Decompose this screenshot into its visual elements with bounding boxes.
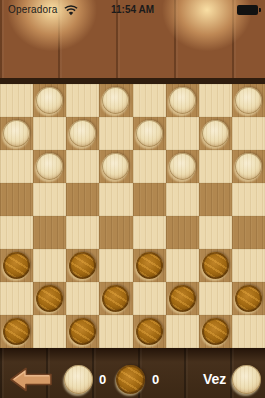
checker-piece-white[interactable] <box>102 87 129 114</box>
board-square <box>232 249 265 282</box>
board-square[interactable] <box>232 282 265 315</box>
board-square <box>199 282 232 315</box>
brown-captured-count: 0 <box>152 372 159 387</box>
board-square[interactable] <box>0 183 33 216</box>
board-square <box>199 216 232 249</box>
board-square <box>133 84 166 117</box>
checker-piece-brown[interactable] <box>102 285 129 312</box>
checkers-board <box>0 78 265 348</box>
checker-piece-white[interactable] <box>136 120 163 147</box>
board-square[interactable] <box>99 282 132 315</box>
board-square[interactable] <box>133 183 166 216</box>
board-square <box>99 249 132 282</box>
board-square <box>199 150 232 183</box>
board-square <box>33 183 66 216</box>
board-square <box>99 315 132 348</box>
checker-piece-brown[interactable] <box>136 318 163 345</box>
board-square <box>0 282 33 315</box>
board-square[interactable] <box>133 249 166 282</box>
board-square[interactable] <box>33 150 66 183</box>
white-captured-count: 0 <box>99 372 106 387</box>
board-square[interactable] <box>33 282 66 315</box>
app-window: Operadora 11:54 AM 0 0 Vez <box>0 0 265 398</box>
board-square <box>232 315 265 348</box>
checker-piece-white[interactable] <box>69 120 96 147</box>
clock: 11:54 AM <box>0 4 265 15</box>
board-square[interactable] <box>133 117 166 150</box>
checker-piece-brown[interactable] <box>202 252 229 279</box>
brown-captured-piece-icon <box>116 365 145 394</box>
board-square <box>232 117 265 150</box>
board-square[interactable] <box>232 150 265 183</box>
checker-piece-white[interactable] <box>36 87 63 114</box>
board-square[interactable] <box>66 117 99 150</box>
board-square <box>166 183 199 216</box>
board-square[interactable] <box>166 150 199 183</box>
board-square <box>99 183 132 216</box>
board-square[interactable] <box>199 315 232 348</box>
board-square[interactable] <box>99 216 132 249</box>
board-square <box>33 117 66 150</box>
turn-label: Vez <box>203 371 226 387</box>
status-bar: Operadora 11:54 AM <box>0 0 265 20</box>
board-square <box>66 282 99 315</box>
checker-piece-brown[interactable] <box>202 318 229 345</box>
checker-piece-brown[interactable] <box>36 285 63 312</box>
battery-icon <box>237 5 258 15</box>
checker-piece-white[interactable] <box>202 120 229 147</box>
board-square[interactable] <box>33 84 66 117</box>
board-square[interactable] <box>166 84 199 117</box>
board-square <box>33 249 66 282</box>
board-square <box>66 84 99 117</box>
board-square <box>0 84 33 117</box>
board-square[interactable] <box>133 315 166 348</box>
board-square[interactable] <box>99 150 132 183</box>
board-square <box>133 150 166 183</box>
board-square[interactable] <box>166 216 199 249</box>
board-square <box>199 84 232 117</box>
board-square[interactable] <box>166 282 199 315</box>
board-square[interactable] <box>0 117 33 150</box>
board-square[interactable] <box>199 183 232 216</box>
board-square <box>166 117 199 150</box>
board-square[interactable] <box>66 315 99 348</box>
board-square[interactable] <box>99 84 132 117</box>
board-square[interactable] <box>199 249 232 282</box>
checker-piece-brown[interactable] <box>3 252 30 279</box>
board-square[interactable] <box>199 117 232 150</box>
board-square <box>166 315 199 348</box>
board-square[interactable] <box>33 216 66 249</box>
board-square[interactable] <box>66 183 99 216</box>
board-square <box>0 216 33 249</box>
bottom-toolbar: 0 0 Vez <box>0 348 265 398</box>
board-square[interactable] <box>232 216 265 249</box>
turn-indicator-piece <box>232 365 261 394</box>
checker-piece-white[interactable] <box>169 87 196 114</box>
checker-piece-brown[interactable] <box>169 285 196 312</box>
board-square <box>66 150 99 183</box>
board-square <box>166 249 199 282</box>
checker-piece-white[interactable] <box>102 153 129 180</box>
board-square[interactable] <box>232 84 265 117</box>
checker-piece-white[interactable] <box>235 87 262 114</box>
checker-piece-brown[interactable] <box>69 318 96 345</box>
checker-piece-brown[interactable] <box>3 318 30 345</box>
board-square <box>99 117 132 150</box>
checker-piece-white[interactable] <box>169 153 196 180</box>
board-square <box>0 150 33 183</box>
checker-piece-brown[interactable] <box>136 252 163 279</box>
board-square <box>66 216 99 249</box>
board-square <box>133 216 166 249</box>
undo-button[interactable] <box>9 366 54 393</box>
board-square[interactable] <box>0 315 33 348</box>
board-square[interactable] <box>66 249 99 282</box>
board-square <box>232 183 265 216</box>
checker-piece-white[interactable] <box>235 153 262 180</box>
checker-piece-white[interactable] <box>36 153 63 180</box>
white-captured-piece-icon <box>64 365 93 394</box>
checker-piece-brown[interactable] <box>235 285 262 312</box>
board-square <box>33 315 66 348</box>
board-square[interactable] <box>0 249 33 282</box>
checker-piece-white[interactable] <box>3 120 30 147</box>
board-square <box>133 282 166 315</box>
checker-piece-brown[interactable] <box>69 252 96 279</box>
